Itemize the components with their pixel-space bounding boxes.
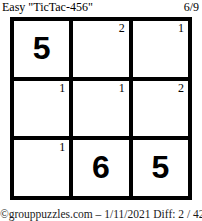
cell-r1c1[interactable]: 1 — [73, 81, 128, 137]
cell-r0c0[interactable]: 5 — [14, 21, 69, 77]
cell-r0c1[interactable]: 2 — [73, 21, 128, 77]
cell-r1c2[interactable]: 2 — [133, 81, 188, 137]
cell-value: 5 — [151, 151, 169, 185]
cell-clue: 1 — [59, 81, 65, 95]
cell-clue: 1 — [59, 140, 65, 154]
cell-r2c1[interactable]: 6 — [73, 140, 128, 196]
puzzle-page: Easy "TicTac-456" 6/9 5 2 1 1 1 2 1 — [0, 0, 202, 221]
cell-r0c2[interactable]: 1 — [133, 21, 188, 77]
cell-r2c0[interactable]: 1 — [14, 140, 69, 196]
cell-r1c0[interactable]: 1 — [14, 81, 69, 137]
cell-clue: 1 — [119, 81, 125, 95]
footer-credit: ©grouppuzzles.com – 1/11/2021 Diff: 2 / … — [0, 208, 202, 220]
board: 5 2 1 1 1 2 1 6 — [10, 17, 192, 200]
cell-clue: 1 — [178, 21, 184, 35]
page-title: Easy "TicTac-456" — [2, 0, 93, 15]
cell-clue: 2 — [178, 81, 184, 95]
cell-r2c2[interactable]: 5 — [133, 140, 188, 196]
page-number: 6/9 — [184, 0, 199, 15]
header: Easy "TicTac-456" 6/9 — [2, 0, 199, 15]
cell-value: 6 — [92, 151, 110, 185]
cell-value: 5 — [33, 32, 51, 66]
cell-clue: 2 — [119, 21, 125, 35]
